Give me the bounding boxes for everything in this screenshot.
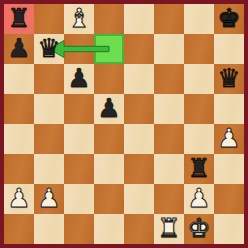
square-a4[interactable] xyxy=(4,124,34,154)
square-e3[interactable] xyxy=(124,154,154,184)
square-b7[interactable]: ♛ xyxy=(34,34,64,64)
piece-white-rook[interactable]: ♜ xyxy=(154,214,184,244)
square-g7[interactable] xyxy=(184,34,214,64)
square-b5[interactable] xyxy=(34,94,64,124)
square-a1[interactable] xyxy=(4,214,34,244)
square-f3[interactable] xyxy=(154,154,184,184)
board-grid: ♜♝♚♟♛♟♛♟♟♜♟♟♟♜♚ xyxy=(4,4,244,244)
square-h2[interactable] xyxy=(214,184,244,214)
square-g5[interactable] xyxy=(184,94,214,124)
piece-white-pawn[interactable]: ♟ xyxy=(34,184,64,214)
square-a6[interactable] xyxy=(4,64,34,94)
square-b1[interactable] xyxy=(34,214,64,244)
square-h3[interactable] xyxy=(214,154,244,184)
square-h4[interactable]: ♟ xyxy=(214,124,244,154)
square-b2[interactable]: ♟ xyxy=(34,184,64,214)
square-e5[interactable] xyxy=(124,94,154,124)
piece-black-queen[interactable]: ♛ xyxy=(34,34,64,64)
square-g8[interactable] xyxy=(184,4,214,34)
square-g4[interactable] xyxy=(184,124,214,154)
square-e6[interactable] xyxy=(124,64,154,94)
square-c5[interactable] xyxy=(64,94,94,124)
square-f8[interactable] xyxy=(154,4,184,34)
piece-black-rook[interactable]: ♜ xyxy=(4,4,34,34)
square-f4[interactable] xyxy=(154,124,184,154)
square-a3[interactable] xyxy=(4,154,34,184)
square-g2[interactable]: ♟ xyxy=(184,184,214,214)
square-c7[interactable] xyxy=(64,34,94,64)
piece-black-queen[interactable]: ♛ xyxy=(214,64,244,94)
piece-black-pawn[interactable]: ♟ xyxy=(94,94,124,124)
piece-black-pawn[interactable]: ♟ xyxy=(4,34,34,64)
square-e7[interactable] xyxy=(124,34,154,64)
square-f1[interactable]: ♜ xyxy=(154,214,184,244)
square-c6[interactable]: ♟ xyxy=(64,64,94,94)
square-d7[interactable] xyxy=(94,34,124,64)
square-e1[interactable] xyxy=(124,214,154,244)
square-a5[interactable] xyxy=(4,94,34,124)
piece-black-pawn[interactable]: ♟ xyxy=(64,64,94,94)
square-b3[interactable] xyxy=(34,154,64,184)
chess-board: ♜♝♚♟♛♟♛♟♟♜♟♟♟♜♚ xyxy=(0,0,248,248)
square-g6[interactable] xyxy=(184,64,214,94)
square-h8[interactable]: ♚ xyxy=(214,4,244,34)
square-f6[interactable] xyxy=(154,64,184,94)
square-h1[interactable] xyxy=(214,214,244,244)
square-c3[interactable] xyxy=(64,154,94,184)
square-e4[interactable] xyxy=(124,124,154,154)
piece-white-pawn[interactable]: ♟ xyxy=(214,124,244,154)
square-c4[interactable] xyxy=(64,124,94,154)
square-b6[interactable] xyxy=(34,64,64,94)
square-f2[interactable] xyxy=(154,184,184,214)
piece-black-king[interactable]: ♚ xyxy=(214,4,244,34)
square-g3[interactable]: ♜ xyxy=(184,154,214,184)
square-b8[interactable] xyxy=(34,4,64,34)
square-b4[interactable] xyxy=(34,124,64,154)
square-h5[interactable] xyxy=(214,94,244,124)
square-c2[interactable] xyxy=(64,184,94,214)
piece-white-pawn[interactable]: ♟ xyxy=(184,184,214,214)
piece-white-bishop[interactable]: ♝ xyxy=(64,4,94,34)
square-g1[interactable]: ♚ xyxy=(184,214,214,244)
square-d6[interactable] xyxy=(94,64,124,94)
square-d2[interactable] xyxy=(94,184,124,214)
square-a7[interactable]: ♟ xyxy=(4,34,34,64)
piece-white-king[interactable]: ♚ xyxy=(184,214,214,244)
square-h6[interactable]: ♛ xyxy=(214,64,244,94)
square-c1[interactable] xyxy=(64,214,94,244)
square-d1[interactable] xyxy=(94,214,124,244)
square-e2[interactable] xyxy=(124,184,154,214)
square-d4[interactable] xyxy=(94,124,124,154)
square-e8[interactable] xyxy=(124,4,154,34)
piece-white-pawn[interactable]: ♟ xyxy=(4,184,34,214)
square-c8[interactable]: ♝ xyxy=(64,4,94,34)
square-h7[interactable] xyxy=(214,34,244,64)
square-f7[interactable] xyxy=(154,34,184,64)
square-a8[interactable]: ♜ xyxy=(4,4,34,34)
square-d5[interactable]: ♟ xyxy=(94,94,124,124)
square-f5[interactable] xyxy=(154,94,184,124)
square-d3[interactable] xyxy=(94,154,124,184)
square-d8[interactable] xyxy=(94,4,124,34)
piece-black-rook[interactable]: ♜ xyxy=(184,154,214,184)
square-a2[interactable]: ♟ xyxy=(4,184,34,214)
